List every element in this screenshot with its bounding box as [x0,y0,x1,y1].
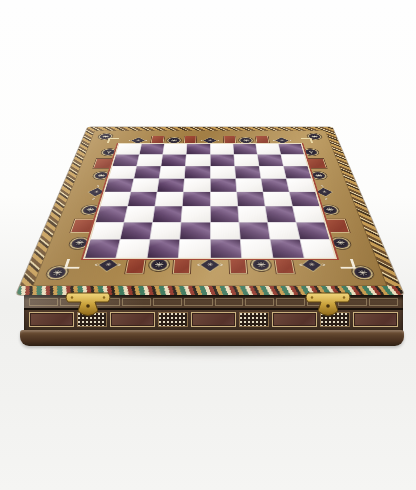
lid-panel [122,298,151,306]
square-e8 [210,144,233,154]
square-h7 [281,155,307,166]
square-h1 [300,239,335,257]
square-g3 [265,207,295,222]
square-e4 [210,192,237,206]
square-h8 [279,144,304,154]
lid-panel [245,298,274,306]
square-d3 [182,207,210,222]
square-b5 [131,179,159,192]
chess-box-lid-top: ‹✳›✳‹✳›✳‹✳› ‹✳›✳‹✳›✳‹✳› ✳✳‹✳›✳✳ ✳✳‹✳›✳✳ … [16,127,404,295]
square-g1 [270,239,303,257]
square-c8 [163,144,187,154]
square-a2 [91,222,124,239]
square-e7 [210,155,234,166]
square-c1 [148,239,180,257]
product-photo-scene: ‹✳›✳‹✳›✳‹✳› ‹✳›✳‹✳›✳‹✳› ✳✳‹✳›✳✳ ✳✳‹✳›✳✳ … [0,0,416,490]
square-b6 [134,166,160,178]
square-a8 [116,144,141,154]
square-f2 [239,222,269,239]
border-motif-rosette-icon: ✳ [353,267,373,278]
drop-shadow [34,342,390,358]
square-a1 [85,239,120,257]
square-d8 [187,144,210,154]
brass-latch-left-icon [64,291,112,321]
square-b7 [137,155,162,166]
square-g2 [268,222,300,239]
front-panel-red [110,312,155,327]
square-g4 [263,192,292,206]
square-h6 [284,166,311,178]
square-b4 [128,192,157,206]
square-d4 [183,192,210,206]
square-a5 [105,179,134,192]
square-f6 [235,166,261,178]
square-b1 [116,239,149,257]
lid-panel [153,298,182,306]
brass-latch-right-icon [304,291,352,321]
square-e1 [210,239,240,257]
square-f5 [236,179,263,192]
square-f4 [237,192,265,206]
corner-bracket-icon [64,259,82,269]
square-f8 [233,144,257,154]
square-c2 [151,222,181,239]
square-h4 [290,192,320,206]
square-b3 [125,207,155,222]
square-e2 [210,222,239,239]
lid-panel [29,298,58,306]
square-f3 [238,207,267,222]
square-d1 [179,239,209,257]
front-panel-star [239,312,269,327]
square-e3 [210,207,238,222]
square-h5 [287,179,316,192]
square-g8 [256,144,280,154]
square-b8 [140,144,164,154]
corner-bracket-icon [338,259,356,269]
square-a3 [96,207,127,222]
square-f7 [234,155,259,166]
square-e6 [210,166,235,178]
front-panel-red [191,312,236,327]
square-d7 [186,155,210,166]
lid-panel [184,298,213,306]
square-c7 [162,155,187,166]
square-d2 [181,222,210,239]
square-h2 [296,222,329,239]
lid-panel [276,298,305,306]
square-a7 [113,155,139,166]
front-panel-red [353,312,398,327]
square-a6 [109,166,136,178]
square-g5 [261,179,289,192]
square-g6 [259,166,285,178]
border-motif-rosette-icon: ✳ [47,267,67,278]
square-h3 [293,207,324,222]
lid-panel [215,298,244,306]
square-c3 [153,207,182,222]
chess-field [85,144,335,258]
square-g7 [258,155,283,166]
square-c6 [160,166,186,178]
square-b2 [121,222,153,239]
lid-panel [369,298,398,306]
square-e5 [210,179,236,192]
front-panel-star [158,312,188,327]
square-f1 [240,239,272,257]
square-a4 [101,192,131,206]
square-d6 [185,166,210,178]
square-c5 [158,179,185,192]
square-d5 [184,179,210,192]
square-c4 [156,192,184,206]
